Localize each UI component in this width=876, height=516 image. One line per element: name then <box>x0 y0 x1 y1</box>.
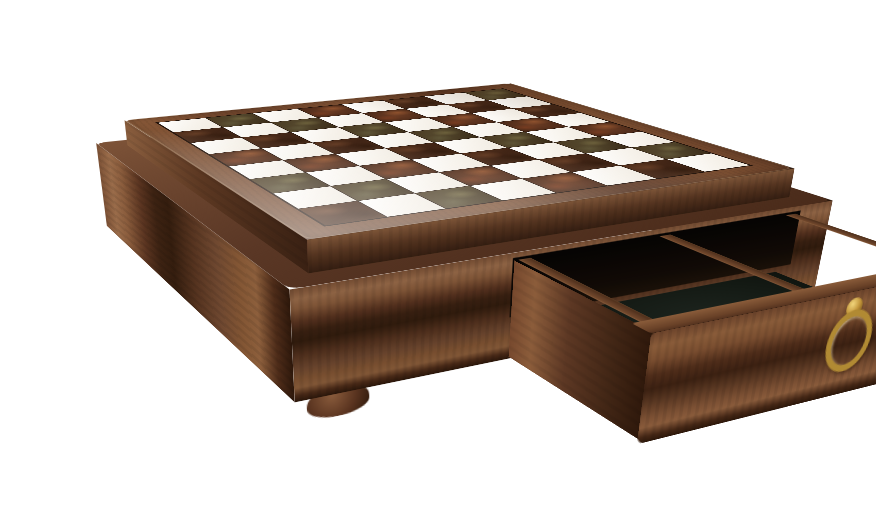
chess-box <box>93 78 839 255</box>
brass-ring-icon <box>820 305 876 377</box>
product-photo <box>0 0 876 516</box>
scene <box>0 0 876 516</box>
drawer-ring-pull[interactable] <box>818 293 876 379</box>
